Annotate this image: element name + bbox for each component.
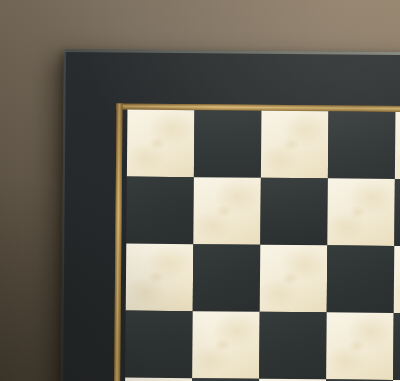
square-d8 bbox=[328, 111, 396, 179]
square-e5 bbox=[393, 313, 400, 381]
square-a7 bbox=[126, 177, 194, 245]
square-e8 bbox=[395, 112, 400, 180]
square-d6 bbox=[327, 245, 395, 313]
playing-area-grid bbox=[123, 110, 400, 381]
square-a4 bbox=[125, 378, 193, 381]
square-a6 bbox=[126, 244, 194, 312]
square-b6 bbox=[193, 244, 261, 312]
board-left-edge bbox=[59, 51, 66, 381]
photo-scene bbox=[0, 0, 400, 381]
square-b7 bbox=[193, 177, 261, 245]
board-top-edge-bevel bbox=[64, 49, 400, 57]
chess-board bbox=[59, 49, 400, 381]
square-d7 bbox=[327, 178, 395, 246]
square-e7 bbox=[394, 179, 400, 247]
square-c7 bbox=[260, 178, 328, 246]
square-b8 bbox=[194, 110, 262, 178]
square-a5 bbox=[125, 311, 193, 379]
square-c6 bbox=[260, 245, 328, 313]
square-c5 bbox=[259, 312, 327, 380]
square-a8 bbox=[127, 110, 195, 178]
square-d5 bbox=[326, 312, 394, 380]
square-e6 bbox=[394, 246, 400, 314]
square-b5 bbox=[192, 311, 260, 379]
gold-inlay-line-left bbox=[112, 103, 123, 381]
square-c8 bbox=[261, 111, 329, 179]
